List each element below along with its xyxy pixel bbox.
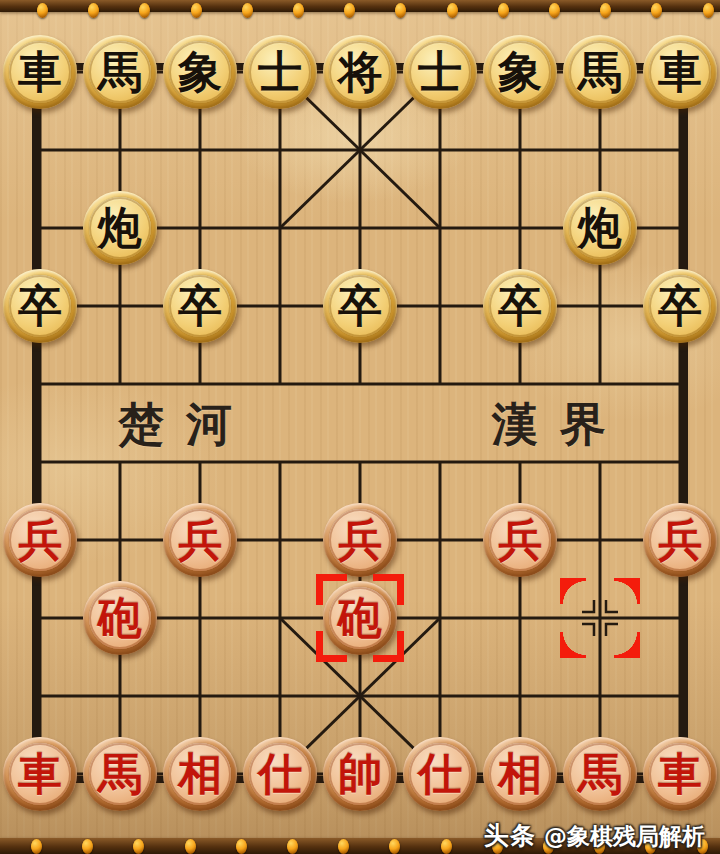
stud-icon xyxy=(236,839,247,854)
piece-character: 相 xyxy=(178,752,222,796)
piece-character: 象 xyxy=(178,50,222,94)
piece-character: 仕 xyxy=(258,752,302,796)
stud-icon xyxy=(549,3,560,18)
piece-red-horse[interactable]: 馬 xyxy=(83,737,157,811)
decor-strip-top xyxy=(0,0,720,12)
piece-red-advisor[interactable]: 仕 xyxy=(403,737,477,811)
piece-red-elephant[interactable]: 相 xyxy=(163,737,237,811)
piece-black-soldier[interactable]: 卒 xyxy=(163,269,237,343)
piece-red-chariot[interactable]: 車 xyxy=(3,737,77,811)
piece-character: 将 xyxy=(338,50,382,94)
piece-character: 炮 xyxy=(98,206,142,250)
piece-black-chariot[interactable]: 車 xyxy=(643,35,717,109)
piece-character: 相 xyxy=(498,752,542,796)
piece-character: 兵 xyxy=(658,518,702,562)
piece-black-advisor[interactable]: 士 xyxy=(243,35,317,109)
piece-red-cannon[interactable]: 砲 xyxy=(323,581,397,655)
stud-icon xyxy=(338,839,349,854)
piece-character: 兵 xyxy=(18,518,62,562)
piece-red-chariot[interactable]: 車 xyxy=(643,737,717,811)
piece-character: 仕 xyxy=(418,752,462,796)
piece-red-cannon[interactable]: 砲 xyxy=(83,581,157,655)
piece-black-soldier[interactable]: 卒 xyxy=(3,269,77,343)
stud-icon xyxy=(287,839,298,854)
piece-red-general[interactable]: 帥 xyxy=(323,737,397,811)
piece-character: 兵 xyxy=(498,518,542,562)
piece-character: 卒 xyxy=(338,284,382,328)
piece-character: 帥 xyxy=(338,752,382,796)
stud-icon xyxy=(389,839,400,854)
piece-black-cannon[interactable]: 炮 xyxy=(83,191,157,265)
piece-black-general[interactable]: 将 xyxy=(323,35,397,109)
piece-character: 兵 xyxy=(178,518,222,562)
piece-red-soldier[interactable]: 兵 xyxy=(323,503,397,577)
piece-character: 卒 xyxy=(658,284,702,328)
stud-icon xyxy=(133,839,144,854)
piece-black-horse[interactable]: 馬 xyxy=(563,35,637,109)
piece-black-soldier[interactable]: 卒 xyxy=(643,269,717,343)
piece-character: 卒 xyxy=(498,284,542,328)
stud-icon xyxy=(293,3,304,18)
stud-icon xyxy=(31,839,42,854)
piece-black-cannon[interactable]: 炮 xyxy=(563,191,637,265)
piece-red-advisor[interactable]: 仕 xyxy=(243,737,317,811)
piece-character: 馬 xyxy=(98,752,142,796)
stud-icon xyxy=(703,3,714,18)
from-marker-corner xyxy=(614,578,640,604)
piece-character: 卒 xyxy=(178,284,222,328)
piece-character: 車 xyxy=(658,752,702,796)
piece-character: 馬 xyxy=(578,50,622,94)
piece-black-advisor[interactable]: 士 xyxy=(403,35,477,109)
piece-character: 車 xyxy=(18,50,62,94)
piece-black-elephant[interactable]: 象 xyxy=(483,35,557,109)
xiangqi-board[interactable]: 楚河 漢界 車馬象士将士象馬車炮炮卒卒卒卒卒兵兵兵兵兵砲砲車馬相仕帥仕相馬車 xyxy=(0,0,720,854)
piece-black-soldier[interactable]: 卒 xyxy=(483,269,557,343)
stud-icon xyxy=(242,3,253,18)
piece-red-soldier[interactable]: 兵 xyxy=(163,503,237,577)
piece-character: 車 xyxy=(18,752,62,796)
from-marker-corner xyxy=(614,632,640,658)
piece-character: 士 xyxy=(418,50,462,94)
piece-black-soldier[interactable]: 卒 xyxy=(323,269,397,343)
piece-black-horse[interactable]: 馬 xyxy=(83,35,157,109)
piece-character: 砲 xyxy=(338,596,382,640)
stud-icon xyxy=(191,3,202,18)
piece-character: 馬 xyxy=(578,752,622,796)
stud-icon xyxy=(498,3,509,18)
stud-icon xyxy=(82,839,93,854)
pieces-layer: 車馬象士将士象馬車炮炮卒卒卒卒卒兵兵兵兵兵砲砲車馬相仕帥仕相馬車 xyxy=(0,33,720,813)
stud-icon xyxy=(185,839,196,854)
from-marker-corner xyxy=(560,578,586,604)
piece-red-soldier[interactable]: 兵 xyxy=(643,503,717,577)
piece-character: 象 xyxy=(498,50,542,94)
piece-red-soldier[interactable]: 兵 xyxy=(3,503,77,577)
stud-icon xyxy=(447,3,458,18)
piece-character: 兵 xyxy=(338,518,382,562)
piece-character: 砲 xyxy=(98,596,142,640)
from-marker-corner xyxy=(560,632,586,658)
piece-character: 炮 xyxy=(578,206,622,250)
piece-red-elephant[interactable]: 相 xyxy=(483,737,557,811)
piece-black-chariot[interactable]: 車 xyxy=(3,35,77,109)
piece-red-horse[interactable]: 馬 xyxy=(563,737,637,811)
watermark-account: @象棋残局解析 xyxy=(544,821,705,852)
last-move-from-marker xyxy=(560,578,640,658)
piece-black-elephant[interactable]: 象 xyxy=(163,35,237,109)
stud-icon xyxy=(37,3,48,18)
xiangqi-app: 楚河 漢界 車馬象士将士象馬車炮炮卒卒卒卒卒兵兵兵兵兵砲砲車馬相仕帥仕相馬車 头… xyxy=(0,0,720,854)
piece-red-soldier[interactable]: 兵 xyxy=(483,503,557,577)
piece-character: 馬 xyxy=(98,50,142,94)
stud-icon xyxy=(441,839,452,854)
piece-character: 卒 xyxy=(18,284,62,328)
piece-character: 車 xyxy=(658,50,702,94)
watermark: 头条 @象棋残局解析 xyxy=(484,819,705,852)
piece-character: 士 xyxy=(258,50,302,94)
watermark-brand: 头条 xyxy=(484,819,536,852)
